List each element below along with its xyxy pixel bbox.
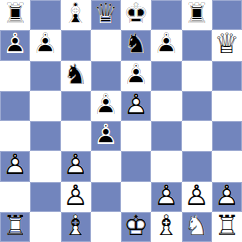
square-c1[interactable]: ♝♗	[61, 212, 91, 242]
square-b1[interactable]	[30, 212, 60, 242]
square-a4[interactable]	[0, 121, 30, 151]
square-b4[interactable]	[30, 121, 60, 151]
square-h6[interactable]	[212, 61, 242, 91]
square-e5[interactable]: ♟♙	[121, 91, 151, 121]
square-e4[interactable]	[121, 121, 151, 151]
black-knight-outline-icon: ♘	[121, 29, 151, 59]
square-g4[interactable]	[182, 121, 212, 151]
square-g1[interactable]: ♞♘	[182, 212, 212, 242]
square-c4[interactable]	[61, 121, 91, 151]
square-c6[interactable]: ♞♘	[61, 61, 91, 91]
white-pawn-outline-icon: ♙	[0, 150, 30, 180]
square-d5[interactable]: ♟♙	[91, 91, 121, 121]
square-a7[interactable]: ♟♙	[0, 30, 30, 60]
square-d8[interactable]: ♛♕	[91, 0, 121, 30]
black-knight-outline-icon: ♘	[61, 60, 91, 90]
white-pawn-outline-icon: ♙	[212, 181, 242, 211]
white-bishop-outline-icon: ♗	[151, 211, 181, 241]
piece-white-pawn[interactable]: ♟♙	[151, 182, 181, 212]
square-a5[interactable]	[0, 91, 30, 121]
white-pawn-outline-icon: ♙	[121, 90, 151, 120]
square-a1[interactable]: ♜♖	[0, 212, 30, 242]
white-knight-outline-icon: ♘	[182, 211, 212, 241]
piece-black-pawn[interactable]: ♟♙	[91, 91, 121, 121]
square-b3[interactable]	[30, 151, 60, 181]
piece-white-knight[interactable]: ♞♘	[182, 212, 212, 242]
square-c5[interactable]	[61, 91, 91, 121]
square-c2[interactable]: ♟♙	[61, 182, 91, 212]
square-g7[interactable]	[182, 30, 212, 60]
square-a6[interactable]	[0, 61, 30, 91]
square-f6[interactable]	[151, 61, 181, 91]
square-f8[interactable]	[151, 0, 181, 30]
black-pawn-outline-icon: ♙	[121, 60, 151, 90]
piece-white-pawn[interactable]: ♟♙	[61, 151, 91, 181]
piece-black-bishop[interactable]: ♝♗	[61, 0, 91, 30]
black-king-outline-icon: ♔	[121, 0, 151, 29]
square-g5[interactable]	[182, 91, 212, 121]
square-h1[interactable]: ♜♖	[212, 212, 242, 242]
piece-black-pawn[interactable]: ♟♙	[151, 30, 181, 60]
square-f1[interactable]: ♝♗	[151, 212, 181, 242]
square-h4[interactable]	[212, 121, 242, 151]
square-b5[interactable]	[30, 91, 60, 121]
square-c7[interactable]	[61, 30, 91, 60]
black-bishop-outline-icon: ♗	[61, 0, 91, 29]
square-e3[interactable]	[121, 151, 151, 181]
piece-black-pawn[interactable]: ♟♙	[0, 30, 30, 60]
piece-black-knight[interactable]: ♞♘	[61, 61, 91, 91]
square-e6[interactable]: ♟♙	[121, 61, 151, 91]
piece-black-queen[interactable]: ♛♕	[91, 0, 121, 30]
white-bishop-outline-icon: ♗	[61, 211, 91, 241]
black-queen-outline-icon: ♕	[91, 0, 121, 29]
square-d4[interactable]: ♟♙	[91, 121, 121, 151]
piece-white-rook[interactable]: ♜♖	[0, 212, 30, 242]
square-f4[interactable]	[151, 121, 181, 151]
black-rook-outline-icon: ♖	[182, 0, 212, 29]
square-b2[interactable]	[30, 182, 60, 212]
piece-black-pawn[interactable]: ♟♙	[121, 61, 151, 91]
square-g3[interactable]	[182, 151, 212, 181]
piece-black-pawn[interactable]: ♟♙	[30, 30, 60, 60]
white-pawn-outline-icon: ♙	[151, 181, 181, 211]
white-king-outline-icon: ♔	[121, 211, 151, 241]
piece-white-pawn[interactable]: ♟♙	[182, 182, 212, 212]
square-b8[interactable]	[30, 0, 60, 30]
black-rook-outline-icon: ♖	[0, 0, 30, 29]
white-pawn-outline-icon: ♙	[182, 181, 212, 211]
square-f7[interactable]: ♟♙	[151, 30, 181, 60]
square-c8[interactable]: ♝♗	[61, 0, 91, 30]
black-pawn-outline-icon: ♙	[91, 120, 121, 150]
black-pawn-outline-icon: ♙	[91, 90, 121, 120]
piece-white-king[interactable]: ♚♔	[121, 212, 151, 242]
square-h5[interactable]	[212, 91, 242, 121]
white-rook-outline-icon: ♖	[212, 211, 242, 241]
piece-white-pawn[interactable]: ♟♙	[61, 182, 91, 212]
chess-board: ♜♖♝♗♛♕♚♔♜♖♟♙♟♙♞♘♟♙♛♕♞♘♟♙♟♙♟♙♟♙♟♙♟♙♟♙♟♙♟♙…	[0, 0, 242, 242]
black-pawn-outline-icon: ♙	[151, 29, 181, 59]
square-d7[interactable]	[91, 30, 121, 60]
piece-white-pawn[interactable]: ♟♙	[121, 91, 151, 121]
square-a2[interactable]	[0, 182, 30, 212]
white-pawn-outline-icon: ♙	[61, 150, 91, 180]
white-pawn-outline-icon: ♙	[61, 181, 91, 211]
square-d3[interactable]	[91, 151, 121, 181]
square-h7[interactable]: ♛♕	[212, 30, 242, 60]
piece-black-pawn[interactable]: ♟♙	[91, 121, 121, 151]
square-d1[interactable]	[91, 212, 121, 242]
piece-white-queen[interactable]: ♛♕	[212, 30, 242, 60]
square-d2[interactable]	[91, 182, 121, 212]
white-rook-outline-icon: ♖	[0, 211, 30, 241]
piece-white-bishop[interactable]: ♝♗	[61, 212, 91, 242]
square-g2[interactable]: ♟♙	[182, 182, 212, 212]
square-a3[interactable]: ♟♙	[0, 151, 30, 181]
square-a8[interactable]: ♜♖	[0, 0, 30, 30]
square-b6[interactable]	[30, 61, 60, 91]
square-h2[interactable]: ♟♙	[212, 182, 242, 212]
square-c3[interactable]: ♟♙	[61, 151, 91, 181]
square-e2[interactable]	[121, 182, 151, 212]
square-g6[interactable]	[182, 61, 212, 91]
white-queen-outline-icon: ♕	[212, 29, 242, 59]
piece-white-bishop[interactable]: ♝♗	[151, 212, 181, 242]
square-g8[interactable]: ♜♖	[182, 0, 212, 30]
piece-black-rook[interactable]: ♜♖	[182, 0, 212, 30]
piece-black-king[interactable]: ♚♔	[121, 0, 151, 30]
black-pawn-outline-icon: ♙	[30, 29, 60, 59]
square-h3[interactable]	[212, 151, 242, 181]
piece-white-pawn[interactable]: ♟♙	[212, 182, 242, 212]
square-f2[interactable]: ♟♙	[151, 182, 181, 212]
square-e1[interactable]: ♚♔	[121, 212, 151, 242]
black-pawn-outline-icon: ♙	[0, 29, 30, 59]
square-h8[interactable]	[212, 0, 242, 30]
piece-white-rook[interactable]: ♜♖	[212, 212, 242, 242]
square-e7[interactable]: ♞♘	[121, 30, 151, 60]
piece-black-rook[interactable]: ♜♖	[0, 0, 30, 30]
square-f5[interactable]	[151, 91, 181, 121]
square-f3[interactable]	[151, 151, 181, 181]
piece-white-pawn[interactable]: ♟♙	[0, 151, 30, 181]
piece-black-knight[interactable]: ♞♘	[121, 30, 151, 60]
square-e8[interactable]: ♚♔	[121, 0, 151, 30]
square-d6[interactable]	[91, 61, 121, 91]
square-b7[interactable]: ♟♙	[30, 30, 60, 60]
